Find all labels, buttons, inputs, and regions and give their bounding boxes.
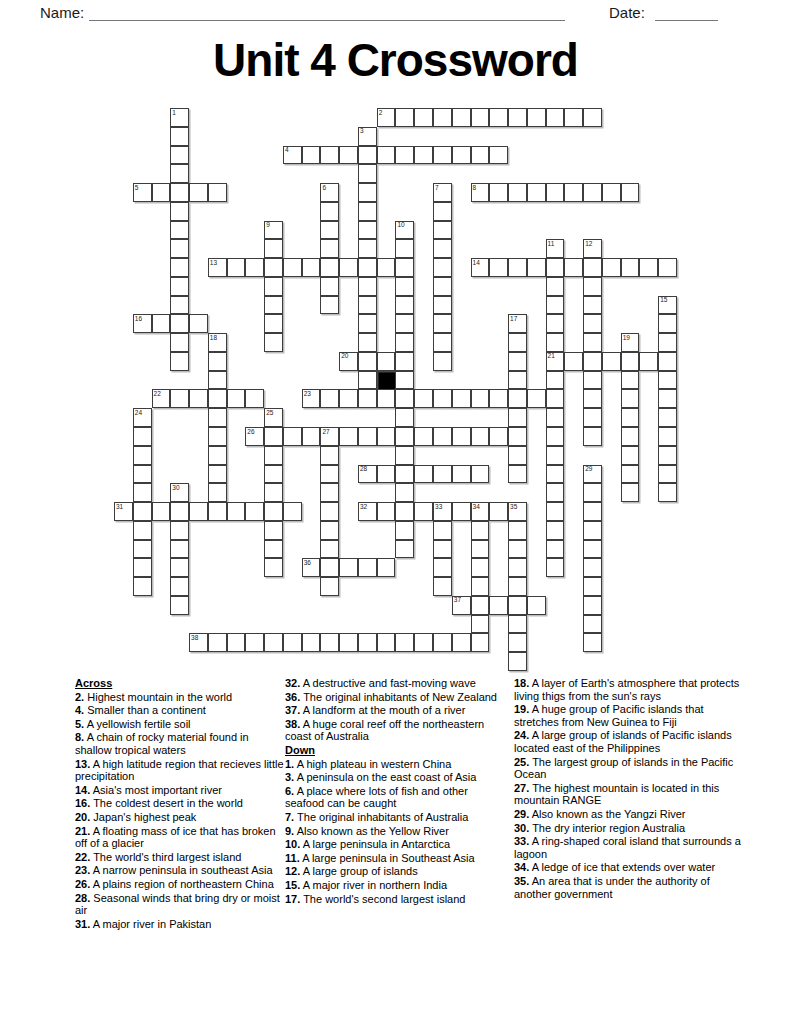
grid-cell[interactable]: [227, 633, 246, 652]
grid-cell[interactable]: [133, 427, 152, 446]
grid-cell[interactable]: [395, 146, 414, 165]
grid-cell[interactable]: 29: [583, 465, 602, 484]
grid-cell[interactable]: [564, 258, 583, 277]
grid-cell[interactable]: [489, 389, 508, 408]
grid-cell[interactable]: [208, 483, 227, 502]
grid-cell[interactable]: [133, 483, 152, 502]
grid-cell[interactable]: [508, 652, 527, 671]
grid-cell[interactable]: [433, 239, 452, 258]
grid-cell[interactable]: [414, 146, 433, 165]
grid-cell[interactable]: 24: [133, 408, 152, 427]
grid-cell[interactable]: [358, 352, 377, 371]
grid-cell[interactable]: [264, 427, 283, 446]
grid-cell[interactable]: 20: [339, 352, 358, 371]
grid-cell[interactable]: [208, 633, 227, 652]
grid-cell[interactable]: [471, 108, 490, 127]
grid-cell[interactable]: [414, 502, 433, 521]
grid-cell[interactable]: 6: [320, 183, 339, 202]
grid-cell[interactable]: [358, 239, 377, 258]
grid-cell[interactable]: [189, 389, 208, 408]
grid-cell[interactable]: [264, 239, 283, 258]
grid-cell[interactable]: [170, 502, 189, 521]
grid-cell[interactable]: [358, 427, 377, 446]
grid-cell[interactable]: 25: [264, 408, 283, 427]
grid-cell[interactable]: [489, 427, 508, 446]
grid-cell[interactable]: [508, 465, 527, 484]
grid-cell[interactable]: [433, 258, 452, 277]
grid-cell[interactable]: [508, 615, 527, 634]
grid-cell[interactable]: [621, 446, 640, 465]
grid-cell[interactable]: [264, 521, 283, 540]
grid-cell[interactable]: [546, 371, 565, 390]
grid-cell[interactable]: [170, 127, 189, 146]
grid-cell[interactable]: [208, 427, 227, 446]
grid-cell[interactable]: [320, 540, 339, 559]
grid-cell[interactable]: [433, 540, 452, 559]
grid-cell[interactable]: [433, 352, 452, 371]
grid-cell[interactable]: [433, 465, 452, 484]
grid-cell[interactable]: [170, 164, 189, 183]
grid-cell[interactable]: [208, 465, 227, 484]
grid-cell[interactable]: [264, 483, 283, 502]
grid-cell[interactable]: [339, 258, 358, 277]
grid-cell[interactable]: [433, 333, 452, 352]
grid-cell[interactable]: [320, 521, 339, 540]
grid-cell[interactable]: [414, 108, 433, 127]
grid-cell[interactable]: [358, 277, 377, 296]
grid-cell[interactable]: 33: [433, 502, 452, 521]
grid-cell[interactable]: [452, 427, 471, 446]
grid-cell[interactable]: 37: [452, 596, 471, 615]
grid-cell[interactable]: [283, 258, 302, 277]
crossword-grid[interactable]: 1234567891011121314151617181920212223242…: [114, 108, 677, 671]
grid-cell[interactable]: [564, 352, 583, 371]
grid-cell[interactable]: [658, 389, 677, 408]
grid-cell[interactable]: [170, 183, 189, 202]
grid-cell[interactable]: [395, 108, 414, 127]
grid-cell[interactable]: [508, 371, 527, 390]
grid-cell[interactable]: 8: [471, 183, 490, 202]
grid-cell[interactable]: [433, 521, 452, 540]
grid-cell[interactable]: [358, 221, 377, 240]
grid-cell[interactable]: [245, 389, 264, 408]
grid-cell[interactable]: 4: [283, 146, 302, 165]
grid-cell[interactable]: [583, 183, 602, 202]
grid-cell[interactable]: [639, 352, 658, 371]
grid-cell[interactable]: [358, 164, 377, 183]
grid-cell[interactable]: [621, 483, 640, 502]
grid-cell[interactable]: [264, 446, 283, 465]
grid-cell[interactable]: [208, 502, 227, 521]
grid-cell[interactable]: [546, 258, 565, 277]
grid-cell[interactable]: 21: [546, 352, 565, 371]
grid-cell[interactable]: [227, 389, 246, 408]
grid-cell[interactable]: 36: [302, 558, 321, 577]
grid-cell[interactable]: 17: [508, 314, 527, 333]
grid-cell[interactable]: [602, 258, 621, 277]
grid-cell[interactable]: [264, 633, 283, 652]
grid-cell[interactable]: [302, 146, 321, 165]
grid-cell[interactable]: [302, 258, 321, 277]
grid-cell[interactable]: [320, 502, 339, 521]
grid-cell[interactable]: [170, 352, 189, 371]
grid-cell[interactable]: [264, 258, 283, 277]
grid-cell[interactable]: [508, 633, 527, 652]
grid-cell[interactable]: [583, 483, 602, 502]
grid-cell[interactable]: [658, 314, 677, 333]
grid-cell[interactable]: [208, 371, 227, 390]
grid-cell[interactable]: [433, 146, 452, 165]
grid-cell[interactable]: [508, 577, 527, 596]
grid-cell[interactable]: [264, 277, 283, 296]
grid-cell[interactable]: [358, 202, 377, 221]
grid-cell[interactable]: [489, 502, 508, 521]
grid-cell[interactable]: [395, 389, 414, 408]
grid-cell[interactable]: [471, 521, 490, 540]
grid-cell[interactable]: [133, 540, 152, 559]
grid-cell[interactable]: [621, 258, 640, 277]
grid-cell[interactable]: [546, 558, 565, 577]
grid-cell[interactable]: [170, 558, 189, 577]
grid-cell[interactable]: [395, 333, 414, 352]
grid-cell[interactable]: [471, 540, 490, 559]
grid-cell[interactable]: [639, 258, 658, 277]
grid-cell[interactable]: [564, 183, 583, 202]
grid-cell[interactable]: [658, 371, 677, 390]
grid-cell[interactable]: [358, 558, 377, 577]
grid-cell[interactable]: [170, 333, 189, 352]
grid-cell[interactable]: [452, 633, 471, 652]
grid-cell[interactable]: [395, 371, 414, 390]
grid-cell[interactable]: [395, 314, 414, 333]
grid-cell[interactable]: [320, 446, 339, 465]
grid-cell[interactable]: [395, 239, 414, 258]
grid-cell[interactable]: [621, 465, 640, 484]
grid-cell[interactable]: [527, 108, 546, 127]
grid-cell[interactable]: [283, 502, 302, 521]
grid-cell[interactable]: [302, 427, 321, 446]
grid-cell[interactable]: [395, 296, 414, 315]
grid-cell[interactable]: [583, 540, 602, 559]
grid-cell[interactable]: [377, 633, 396, 652]
grid-cell[interactable]: [152, 314, 171, 333]
grid-cell[interactable]: [170, 146, 189, 165]
grid-cell[interactable]: [189, 314, 208, 333]
grid-cell[interactable]: [583, 277, 602, 296]
grid-cell[interactable]: [433, 314, 452, 333]
grid-cell[interactable]: [395, 427, 414, 446]
grid-cell[interactable]: 13: [208, 258, 227, 277]
grid-cell[interactable]: [433, 577, 452, 596]
grid-cell[interactable]: [471, 427, 490, 446]
grid-cell[interactable]: [395, 502, 414, 521]
grid-cell[interactable]: [433, 633, 452, 652]
grid-cell[interactable]: [264, 465, 283, 484]
grid-cell[interactable]: [133, 465, 152, 484]
grid-cell[interactable]: [133, 558, 152, 577]
grid-cell[interactable]: [377, 352, 396, 371]
grid-cell[interactable]: [489, 183, 508, 202]
grid-cell[interactable]: [433, 108, 452, 127]
grid-cell[interactable]: [508, 596, 527, 615]
grid-cell[interactable]: [320, 146, 339, 165]
grid-cell[interactable]: [245, 633, 264, 652]
grid-cell[interactable]: [658, 465, 677, 484]
grid-cell[interactable]: [152, 183, 171, 202]
grid-cell[interactable]: [433, 389, 452, 408]
grid-cell[interactable]: [395, 521, 414, 540]
grid-cell[interactable]: [377, 146, 396, 165]
grid-cell[interactable]: [227, 502, 246, 521]
grid-cell[interactable]: 7: [433, 183, 452, 202]
grid-cell[interactable]: [358, 183, 377, 202]
grid-cell[interactable]: [527, 258, 546, 277]
grid-cell[interactable]: [433, 277, 452, 296]
grid-cell[interactable]: [227, 258, 246, 277]
grid-cell[interactable]: [283, 633, 302, 652]
grid-cell[interactable]: [302, 633, 321, 652]
grid-cell[interactable]: [358, 146, 377, 165]
grid-cell[interactable]: [658, 408, 677, 427]
grid-cell[interactable]: [170, 221, 189, 240]
grid-cell[interactable]: [320, 633, 339, 652]
grid-cell[interactable]: [658, 258, 677, 277]
grid-cell[interactable]: [583, 577, 602, 596]
grid-cell[interactable]: [320, 239, 339, 258]
grid-cell[interactable]: [395, 446, 414, 465]
grid-cell[interactable]: [264, 314, 283, 333]
grid-cell[interactable]: [133, 502, 152, 521]
grid-cell[interactable]: [320, 483, 339, 502]
grid-cell[interactable]: [264, 502, 283, 521]
grid-cell[interactable]: 5: [133, 183, 152, 202]
grid-cell[interactable]: [583, 352, 602, 371]
grid-cell[interactable]: [170, 389, 189, 408]
grid-cell[interactable]: [583, 296, 602, 315]
grid-cell[interactable]: [414, 427, 433, 446]
grid-cell[interactable]: [508, 427, 527, 446]
grid-cell[interactable]: [564, 108, 583, 127]
grid-cell[interactable]: [489, 146, 508, 165]
grid-cell[interactable]: [621, 183, 640, 202]
grid-cell[interactable]: 35: [508, 502, 527, 521]
grid-cell[interactable]: [658, 427, 677, 446]
grid-cell[interactable]: [170, 314, 189, 333]
grid-cell[interactable]: [245, 258, 264, 277]
grid-cell[interactable]: [621, 371, 640, 390]
grid-cell[interactable]: 27: [320, 427, 339, 446]
grid-cell[interactable]: 11: [546, 239, 565, 258]
grid-cell[interactable]: [170, 296, 189, 315]
grid-cell[interactable]: [527, 596, 546, 615]
grid-cell[interactable]: [546, 333, 565, 352]
grid-cell[interactable]: [170, 577, 189, 596]
grid-cell[interactable]: [339, 633, 358, 652]
grid-cell[interactable]: [358, 389, 377, 408]
grid-cell[interactable]: [583, 389, 602, 408]
grid-cell[interactable]: [377, 502, 396, 521]
grid-cell[interactable]: [283, 427, 302, 446]
grid-cell[interactable]: [621, 352, 640, 371]
grid-cell[interactable]: [395, 540, 414, 559]
grid-cell[interactable]: 30: [170, 483, 189, 502]
grid-cell[interactable]: [395, 352, 414, 371]
grid-cell[interactable]: [583, 408, 602, 427]
grid-cell[interactable]: [658, 352, 677, 371]
grid-cell[interactable]: [433, 202, 452, 221]
grid-cell[interactable]: [508, 333, 527, 352]
grid-cell[interactable]: [208, 183, 227, 202]
grid-cell[interactable]: [583, 333, 602, 352]
grid-cell[interactable]: 32: [358, 502, 377, 521]
grid-cell[interactable]: [546, 427, 565, 446]
grid-cell[interactable]: [358, 371, 377, 390]
grid-cell[interactable]: 18: [208, 333, 227, 352]
grid-cell[interactable]: 22: [152, 389, 171, 408]
grid-cell[interactable]: [546, 446, 565, 465]
grid-cell[interactable]: [414, 389, 433, 408]
grid-cell[interactable]: [471, 577, 490, 596]
grid-cell[interactable]: 1: [170, 108, 189, 127]
grid-cell[interactable]: [377, 389, 396, 408]
grid-cell[interactable]: [339, 558, 358, 577]
grid-cell[interactable]: [583, 633, 602, 652]
grid-cell[interactable]: [508, 446, 527, 465]
grid-cell[interactable]: [264, 540, 283, 559]
grid-cell[interactable]: [133, 577, 152, 596]
grid-cell[interactable]: [320, 296, 339, 315]
grid-cell[interactable]: [320, 577, 339, 596]
grid-cell[interactable]: [546, 465, 565, 484]
grid-cell[interactable]: [358, 258, 377, 277]
grid-cell[interactable]: [395, 483, 414, 502]
grid-cell[interactable]: [395, 408, 414, 427]
grid-cell[interactable]: 14: [471, 258, 490, 277]
grid-cell[interactable]: [320, 389, 339, 408]
grid-cell[interactable]: [546, 296, 565, 315]
grid-cell[interactable]: [245, 502, 264, 521]
grid-cell[interactable]: [471, 596, 490, 615]
grid-cell[interactable]: [508, 258, 527, 277]
grid-cell[interactable]: [189, 502, 208, 521]
grid-cell[interactable]: [583, 502, 602, 521]
grid-cell[interactable]: [339, 146, 358, 165]
grid-cell[interactable]: [170, 521, 189, 540]
grid-cell[interactable]: [133, 521, 152, 540]
grid-cell[interactable]: [546, 183, 565, 202]
grid-cell[interactable]: [358, 296, 377, 315]
grid-cell[interactable]: [583, 371, 602, 390]
grid-cell[interactable]: [508, 558, 527, 577]
grid-cell[interactable]: [208, 446, 227, 465]
grid-cell[interactable]: [621, 427, 640, 446]
grid-cell[interactable]: [546, 389, 565, 408]
grid-cell[interactable]: 19: [621, 333, 640, 352]
grid-cell[interactable]: [452, 146, 471, 165]
grid-cell[interactable]: 9: [264, 221, 283, 240]
grid-cell[interactable]: [508, 183, 527, 202]
grid-cell[interactable]: 38: [189, 633, 208, 652]
grid-cell[interactable]: [489, 258, 508, 277]
grid-cell[interactable]: [489, 596, 508, 615]
grid-cell[interactable]: [452, 502, 471, 521]
grid-cell[interactable]: [152, 502, 171, 521]
grid-cell[interactable]: [508, 408, 527, 427]
grid-cell[interactable]: [358, 333, 377, 352]
grid-cell[interactable]: [546, 408, 565, 427]
grid-cell[interactable]: [471, 615, 490, 634]
grid-cell[interactable]: [508, 540, 527, 559]
grid-cell[interactable]: [395, 633, 414, 652]
grid-cell[interactable]: [320, 202, 339, 221]
grid-cell[interactable]: [546, 483, 565, 502]
grid-cell[interactable]: [320, 221, 339, 240]
grid-cell[interactable]: [377, 258, 396, 277]
grid-cell[interactable]: [583, 521, 602, 540]
grid-cell[interactable]: [339, 389, 358, 408]
grid-cell[interactable]: 28: [358, 465, 377, 484]
grid-cell[interactable]: [546, 108, 565, 127]
grid-cell[interactable]: [320, 558, 339, 577]
grid-cell[interactable]: [527, 183, 546, 202]
grid-cell[interactable]: [433, 427, 452, 446]
grid-cell[interactable]: [320, 277, 339, 296]
grid-cell[interactable]: 23: [302, 389, 321, 408]
grid-cell[interactable]: [433, 221, 452, 240]
grid-cell[interactable]: [546, 277, 565, 296]
grid-cell[interactable]: [395, 258, 414, 277]
grid-cell[interactable]: [358, 314, 377, 333]
grid-cell[interactable]: [508, 521, 527, 540]
grid-cell[interactable]: [658, 446, 677, 465]
grid-cell[interactable]: [452, 465, 471, 484]
grid-cell[interactable]: [583, 258, 602, 277]
grid-cell[interactable]: [602, 352, 621, 371]
grid-cell[interactable]: [489, 108, 508, 127]
grid-cell[interactable]: [452, 389, 471, 408]
grid-cell[interactable]: [189, 183, 208, 202]
grid-cell[interactable]: [471, 558, 490, 577]
grid-cell[interactable]: 12: [583, 239, 602, 258]
grid-cell[interactable]: [320, 465, 339, 484]
grid-cell[interactable]: [546, 502, 565, 521]
grid-cell[interactable]: [208, 389, 227, 408]
grid-cell[interactable]: [170, 540, 189, 559]
grid-cell[interactable]: 16: [133, 314, 152, 333]
grid-cell[interactable]: [658, 483, 677, 502]
grid-cell[interactable]: [170, 258, 189, 277]
grid-cell[interactable]: [170, 202, 189, 221]
grid-cell[interactable]: [133, 446, 152, 465]
grid-cell[interactable]: [583, 558, 602, 577]
grid-cell[interactable]: [508, 352, 527, 371]
grid-cell[interactable]: [546, 540, 565, 559]
grid-cell[interactable]: [471, 465, 490, 484]
grid-cell[interactable]: [621, 389, 640, 408]
grid-cell[interactable]: [583, 596, 602, 615]
grid-cell[interactable]: 31: [114, 502, 133, 521]
grid-cell[interactable]: [395, 465, 414, 484]
grid-cell[interactable]: [658, 333, 677, 352]
grid-cell[interactable]: 26: [245, 427, 264, 446]
grid-cell[interactable]: [377, 427, 396, 446]
grid-cell[interactable]: [602, 183, 621, 202]
grid-cell[interactable]: [452, 108, 471, 127]
grid-cell[interactable]: [414, 465, 433, 484]
grid-cell[interactable]: [621, 408, 640, 427]
grid-cell[interactable]: [508, 108, 527, 127]
grid-cell[interactable]: [583, 314, 602, 333]
